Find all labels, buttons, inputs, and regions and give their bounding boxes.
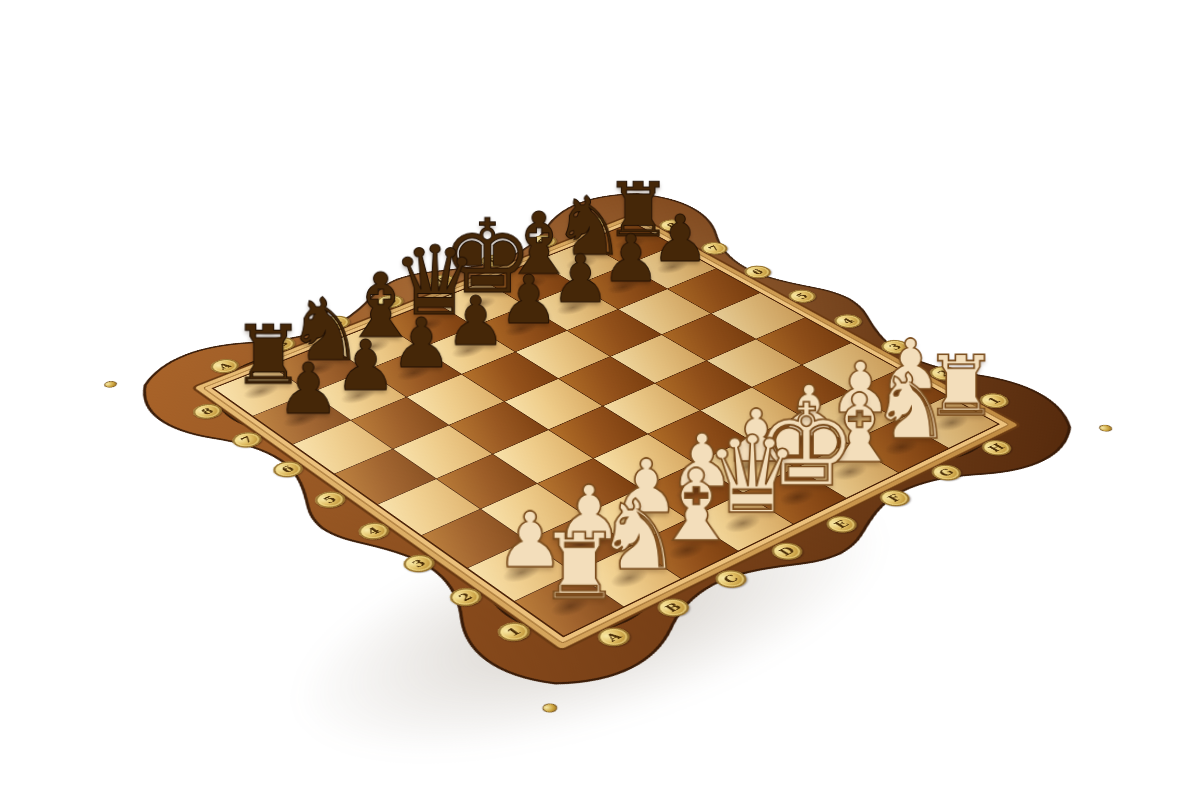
piece-shadow (653, 532, 721, 569)
piece-shadow (818, 455, 883, 489)
latch-pin-right (1097, 424, 1114, 433)
latch-pin-bottom (540, 702, 560, 714)
piece-shadow (764, 480, 830, 515)
latch-pin-left (102, 380, 118, 389)
piece-shadow (709, 506, 776, 542)
scene: ABCDEFGHABCDEFGH1234567812345678 ♜♞♝♛♚♝♞… (0, 0, 1200, 800)
piece-shadow (920, 407, 983, 439)
